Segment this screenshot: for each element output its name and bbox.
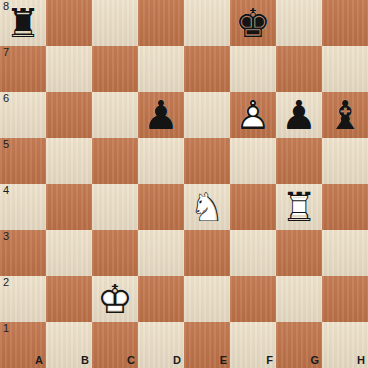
square-g4[interactable]: ♜♖ bbox=[276, 184, 322, 230]
black-pawn-glyph: ♟ bbox=[138, 92, 184, 138]
black-king-glyph: ♚ bbox=[230, 0, 276, 46]
square-b8[interactable] bbox=[46, 0, 92, 46]
square-g7[interactable] bbox=[276, 46, 322, 92]
white-knight-glyph: ♘ bbox=[184, 184, 230, 230]
square-g2[interactable] bbox=[276, 276, 322, 322]
rank-label-7: 7 bbox=[3, 47, 9, 58]
square-h1[interactable]: H bbox=[322, 322, 368, 368]
square-d2[interactable] bbox=[138, 276, 184, 322]
square-c8[interactable] bbox=[92, 0, 138, 46]
square-c3[interactable] bbox=[92, 230, 138, 276]
piece-black-king-f8[interactable]: ♔♚ bbox=[230, 0, 276, 46]
square-a2[interactable]: 2 bbox=[0, 276, 46, 322]
square-c1[interactable]: C bbox=[92, 322, 138, 368]
rank-label-2: 2 bbox=[3, 277, 9, 288]
rank-label-6: 6 bbox=[3, 93, 9, 104]
square-h4[interactable] bbox=[322, 184, 368, 230]
square-d1[interactable]: D bbox=[138, 322, 184, 368]
piece-white-knight-e4[interactable]: ♞♘ bbox=[184, 184, 230, 230]
file-label-g: G bbox=[310, 355, 319, 366]
square-c2[interactable]: ♚♔ bbox=[92, 276, 138, 322]
square-a8[interactable]: 8♖♜ bbox=[0, 0, 46, 46]
square-f6[interactable]: ♟♙ bbox=[230, 92, 276, 138]
square-a7[interactable]: 7 bbox=[0, 46, 46, 92]
square-g6[interactable]: ♙♟ bbox=[276, 92, 322, 138]
square-b2[interactable] bbox=[46, 276, 92, 322]
square-d6[interactable]: ♙♟ bbox=[138, 92, 184, 138]
square-e6[interactable] bbox=[184, 92, 230, 138]
square-f4[interactable] bbox=[230, 184, 276, 230]
piece-black-rook-a8[interactable]: ♖♜ bbox=[0, 0, 46, 46]
square-f3[interactable] bbox=[230, 230, 276, 276]
square-f7[interactable] bbox=[230, 46, 276, 92]
square-e3[interactable] bbox=[184, 230, 230, 276]
square-a6[interactable]: 6 bbox=[0, 92, 46, 138]
rank-label-4: 4 bbox=[3, 185, 9, 196]
white-rook-glyph: ♖ bbox=[276, 184, 322, 230]
square-h8[interactable] bbox=[322, 0, 368, 46]
square-a3[interactable]: 3 bbox=[0, 230, 46, 276]
chess-board: 8♖♜♔♚76♙♟♟♙♙♟♗♝54♞♘♜♖32♚♔1ABCDEFGH bbox=[0, 0, 368, 368]
square-g8[interactable] bbox=[276, 0, 322, 46]
square-b4[interactable] bbox=[46, 184, 92, 230]
piece-white-pawn-f6[interactable]: ♟♙ bbox=[230, 92, 276, 138]
square-b6[interactable] bbox=[46, 92, 92, 138]
piece-black-bishop-h6[interactable]: ♗♝ bbox=[322, 92, 368, 138]
square-b1[interactable]: B bbox=[46, 322, 92, 368]
square-g5[interactable] bbox=[276, 138, 322, 184]
square-d7[interactable] bbox=[138, 46, 184, 92]
square-f8[interactable]: ♔♚ bbox=[230, 0, 276, 46]
rank-label-3: 3 bbox=[3, 231, 9, 242]
square-e2[interactable] bbox=[184, 276, 230, 322]
square-a5[interactable]: 5 bbox=[0, 138, 46, 184]
square-d4[interactable] bbox=[138, 184, 184, 230]
file-label-e: E bbox=[220, 355, 227, 366]
square-d3[interactable] bbox=[138, 230, 184, 276]
square-d5[interactable] bbox=[138, 138, 184, 184]
square-f1[interactable]: F bbox=[230, 322, 276, 368]
rank-label-5: 5 bbox=[3, 139, 9, 150]
square-c7[interactable] bbox=[92, 46, 138, 92]
square-h5[interactable] bbox=[322, 138, 368, 184]
square-c6[interactable] bbox=[92, 92, 138, 138]
piece-white-rook-g4[interactable]: ♜♖ bbox=[276, 184, 322, 230]
file-label-a: A bbox=[35, 355, 43, 366]
file-label-d: D bbox=[173, 355, 181, 366]
square-f5[interactable] bbox=[230, 138, 276, 184]
square-h6[interactable]: ♗♝ bbox=[322, 92, 368, 138]
square-a1[interactable]: 1A bbox=[0, 322, 46, 368]
white-pawn-glyph: ♙ bbox=[230, 92, 276, 138]
piece-black-pawn-d6[interactable]: ♙♟ bbox=[138, 92, 184, 138]
file-label-c: C bbox=[127, 355, 135, 366]
square-e7[interactable] bbox=[184, 46, 230, 92]
square-e1[interactable]: E bbox=[184, 322, 230, 368]
square-b3[interactable] bbox=[46, 230, 92, 276]
file-label-h: H bbox=[357, 355, 365, 366]
black-rook-glyph: ♜ bbox=[0, 0, 46, 46]
square-h3[interactable] bbox=[322, 230, 368, 276]
file-label-f: F bbox=[266, 355, 273, 366]
square-f2[interactable] bbox=[230, 276, 276, 322]
square-a4[interactable]: 4 bbox=[0, 184, 46, 230]
square-e8[interactable] bbox=[184, 0, 230, 46]
square-c5[interactable] bbox=[92, 138, 138, 184]
square-e4[interactable]: ♞♘ bbox=[184, 184, 230, 230]
square-g1[interactable]: G bbox=[276, 322, 322, 368]
square-b7[interactable] bbox=[46, 46, 92, 92]
square-c4[interactable] bbox=[92, 184, 138, 230]
file-label-b: B bbox=[81, 355, 89, 366]
square-d8[interactable] bbox=[138, 0, 184, 46]
black-bishop-glyph: ♝ bbox=[322, 92, 368, 138]
piece-white-king-c2[interactable]: ♚♔ bbox=[92, 276, 138, 322]
square-e5[interactable] bbox=[184, 138, 230, 184]
square-b5[interactable] bbox=[46, 138, 92, 184]
rank-label-1: 1 bbox=[3, 323, 9, 334]
square-h2[interactable] bbox=[322, 276, 368, 322]
white-king-glyph: ♔ bbox=[92, 276, 138, 322]
square-g3[interactable] bbox=[276, 230, 322, 276]
square-h7[interactable] bbox=[322, 46, 368, 92]
piece-black-pawn-g6[interactable]: ♙♟ bbox=[276, 92, 322, 138]
black-pawn-glyph: ♟ bbox=[276, 92, 322, 138]
